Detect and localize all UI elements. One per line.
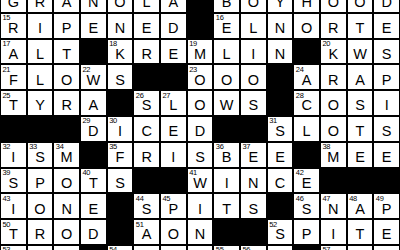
grid-cell[interactable]: 15R bbox=[0, 13, 27, 39]
grid-cell[interactable]: S bbox=[107, 64, 134, 90]
cell-letter: I bbox=[241, 47, 266, 62]
grid-cell[interactable]: 52S bbox=[267, 219, 294, 245]
cell-letter: L bbox=[294, 124, 319, 139]
black-cell bbox=[347, 168, 374, 194]
grid-cell[interactable]: T bbox=[213, 193, 240, 219]
grid-cell[interactable]: E bbox=[80, 193, 107, 219]
grid-cell[interactable]: 34M bbox=[53, 142, 80, 168]
black-cell bbox=[373, 168, 400, 194]
black-cell bbox=[27, 116, 54, 142]
grid-cell[interactable]: E bbox=[160, 39, 187, 65]
cell-letter: K bbox=[108, 47, 133, 62]
grid-cell[interactable]: Y bbox=[27, 90, 54, 116]
grid-cell[interactable]: S bbox=[373, 39, 400, 65]
grid-cell[interactable]: O bbox=[320, 90, 347, 116]
grid-cell[interactable]: 28C bbox=[293, 90, 320, 116]
grid-cell[interactable]: T bbox=[347, 116, 374, 142]
grid-cell[interactable]: I bbox=[373, 90, 400, 116]
cell-letter: P bbox=[374, 73, 399, 88]
grid-cell[interactable]: O bbox=[53, 168, 80, 194]
grid-cell[interactable]: N bbox=[53, 193, 80, 219]
grid-cell[interactable] bbox=[133, 245, 160, 250]
grid-cell[interactable]: H bbox=[293, 0, 320, 13]
grid-cell[interactable]: L bbox=[27, 39, 54, 65]
grid-cell[interactable]: 56 bbox=[240, 245, 267, 250]
cell-letter: A bbox=[54, 0, 79, 10]
cell-letter: I bbox=[1, 150, 26, 165]
clue-number: 54 bbox=[109, 246, 117, 250]
grid-cell[interactable]: I bbox=[240, 39, 267, 65]
cell-letter: F bbox=[1, 73, 26, 88]
cell-letter: R bbox=[134, 47, 159, 62]
cell-letter: A bbox=[134, 227, 159, 242]
grid-cell[interactable]: N bbox=[187, 219, 214, 245]
grid-cell[interactable]: P bbox=[53, 13, 80, 39]
cell-letter: W bbox=[348, 47, 373, 62]
cell-letter: E bbox=[161, 47, 186, 62]
cell-letter: W bbox=[214, 98, 239, 113]
grid-cell[interactable]: R bbox=[53, 90, 80, 116]
clue-number: 53 bbox=[3, 246, 11, 250]
crossword-grid: GRANOLABOYHOOD15RIPENED16ELNORTE17ALT18K… bbox=[0, 0, 400, 250]
black-cell bbox=[107, 219, 134, 245]
grid-cell[interactable]: A bbox=[80, 90, 107, 116]
cell-letter: S bbox=[374, 124, 399, 139]
grid-cell[interactable]: A bbox=[53, 0, 80, 13]
cell-letter: N bbox=[321, 202, 346, 217]
grid-cell[interactable]: D bbox=[160, 13, 187, 39]
black-cell bbox=[133, 168, 160, 194]
cell-letter: D bbox=[161, 21, 186, 36]
cell-letter: R bbox=[321, 73, 346, 88]
cell-letter: O bbox=[241, 73, 266, 88]
cell-letter: P bbox=[294, 227, 319, 242]
cell-letter: A bbox=[161, 0, 186, 10]
cell-letter: H bbox=[294, 0, 319, 10]
cell-letter: R bbox=[28, 0, 53, 10]
cell-letter: E bbox=[374, 227, 399, 242]
cell-letter: R bbox=[54, 98, 79, 113]
grid-cell[interactable]: 43I bbox=[0, 193, 27, 219]
grid-cell[interactable]: O bbox=[53, 64, 80, 90]
cell-letter: O bbox=[321, 0, 346, 10]
grid-cell[interactable]: O bbox=[107, 0, 134, 13]
cell-letter: F bbox=[108, 150, 133, 165]
black-cell bbox=[293, 142, 320, 168]
cell-letter: A bbox=[1, 47, 26, 62]
grid-cell[interactable]: R bbox=[133, 39, 160, 65]
clue-number: 57 bbox=[322, 246, 330, 250]
grid-cell[interactable]: 36B bbox=[213, 142, 240, 168]
grid-cell[interactable]: 25T bbox=[0, 90, 27, 116]
grid-cell[interactable]: 30I bbox=[107, 116, 134, 142]
cell-letter: E bbox=[214, 21, 239, 36]
grid-cell[interactable]: P bbox=[373, 64, 400, 90]
cell-letter: S bbox=[348, 98, 373, 113]
grid-cell[interactable]: 53 bbox=[0, 245, 27, 250]
cell-letter: W bbox=[81, 73, 106, 88]
grid-cell[interactable]: O bbox=[240, 0, 267, 13]
grid-cell[interactable]: 42E bbox=[293, 168, 320, 194]
cell-letter: E bbox=[268, 150, 293, 165]
cell-letter: L bbox=[214, 47, 239, 62]
cell-letter: O bbox=[188, 98, 213, 113]
grid-cell[interactable]: L bbox=[27, 64, 54, 90]
grid-cell[interactable]: 54 bbox=[107, 245, 134, 250]
cell-letter: E bbox=[374, 150, 399, 165]
cell-letter: Y bbox=[28, 98, 53, 113]
cell-letter: E bbox=[81, 21, 106, 36]
grid-cell[interactable]: O bbox=[320, 0, 347, 13]
clue-number: 56 bbox=[242, 246, 250, 250]
grid-cell[interactable]: E bbox=[160, 116, 187, 142]
cell-letter: E bbox=[348, 150, 373, 165]
grid-cell[interactable] bbox=[373, 245, 400, 250]
cell-letter: S bbox=[108, 176, 133, 191]
grid-cell[interactable]: S bbox=[373, 116, 400, 142]
cell-letter: C bbox=[134, 124, 159, 139]
cell-letter: P bbox=[161, 202, 186, 217]
black-cell bbox=[0, 116, 27, 142]
grid-cell[interactable]: 24A bbox=[293, 64, 320, 90]
cell-letter: I bbox=[188, 202, 213, 217]
grid-cell[interactable] bbox=[160, 245, 187, 250]
cell-letter: I bbox=[161, 150, 186, 165]
cell-letter: I bbox=[321, 227, 346, 242]
black-cell bbox=[240, 219, 267, 245]
black-cell bbox=[320, 168, 347, 194]
cell-letter: M bbox=[54, 150, 79, 165]
cell-letter: O bbox=[54, 227, 79, 242]
grid-cell[interactable]: 57 bbox=[320, 245, 347, 250]
grid-cell[interactable]: 46S bbox=[293, 193, 320, 219]
grid-cell[interactable]: O bbox=[320, 116, 347, 142]
grid-cell[interactable]: N bbox=[107, 13, 134, 39]
cell-letter: P bbox=[54, 21, 79, 36]
cell-letter: P bbox=[374, 202, 399, 217]
grid-cell[interactable]: 18K bbox=[107, 39, 134, 65]
grid-cell[interactable]: 20K bbox=[320, 39, 347, 65]
cell-letter: D bbox=[81, 227, 106, 242]
grid-cell[interactable]: 39S bbox=[0, 168, 27, 194]
cell-letter: S bbox=[268, 124, 293, 139]
cell-letter: R bbox=[321, 21, 346, 36]
grid-cell[interactable]: 51A bbox=[133, 219, 160, 245]
black-cell bbox=[160, 168, 187, 194]
grid-cell[interactable]: N bbox=[240, 168, 267, 194]
black-cell bbox=[213, 219, 240, 245]
grid-cell[interactable]: 22W bbox=[80, 64, 107, 90]
grid-cell[interactable]: E bbox=[347, 142, 374, 168]
cell-letter: O bbox=[294, 21, 319, 36]
grid-cell[interactable]: D bbox=[373, 0, 400, 13]
black-cell bbox=[80, 245, 107, 250]
grid-cell[interactable]: S bbox=[187, 142, 214, 168]
cell-letter: C bbox=[294, 98, 319, 113]
cell-letter: T bbox=[1, 227, 26, 242]
black-cell bbox=[240, 116, 267, 142]
cell-letter: O bbox=[108, 0, 133, 10]
grid-cell[interactable]: 47N bbox=[320, 193, 347, 219]
grid-cell[interactable]: 44S bbox=[133, 193, 160, 219]
grid-cell[interactable]: A bbox=[347, 64, 374, 90]
cell-letter: M bbox=[188, 47, 213, 62]
grid-cell[interactable]: R bbox=[320, 64, 347, 90]
cell-letter: T bbox=[348, 21, 373, 36]
grid-cell[interactable]: T bbox=[347, 219, 374, 245]
cell-letter: S bbox=[268, 227, 293, 242]
grid-cell[interactable]: S bbox=[347, 90, 374, 116]
cell-letter: R bbox=[1, 21, 26, 36]
cell-letter: G bbox=[1, 0, 26, 10]
black-cell bbox=[133, 64, 160, 90]
cell-letter: I bbox=[108, 124, 133, 139]
clue-number: 55 bbox=[216, 246, 224, 250]
cell-letter: I bbox=[1, 202, 26, 217]
grid-cell[interactable]: E bbox=[80, 13, 107, 39]
cell-letter: O bbox=[241, 0, 266, 10]
grid-cell[interactable]: W bbox=[347, 39, 374, 65]
cell-letter: O bbox=[54, 176, 79, 191]
cell-letter: S bbox=[134, 202, 159, 217]
black-cell bbox=[293, 39, 320, 65]
cell-letter: O bbox=[54, 73, 79, 88]
grid-cell[interactable]: 16E bbox=[213, 13, 240, 39]
cell-letter: M bbox=[321, 150, 346, 165]
grid-cell[interactable]: 41W bbox=[187, 168, 214, 194]
grid-cell[interactable]: Y bbox=[267, 0, 294, 13]
cell-letter: A bbox=[348, 73, 373, 88]
cell-letter: A bbox=[294, 73, 319, 88]
grid-cell[interactable]: R bbox=[27, 219, 54, 245]
grid-cell[interactable]: E bbox=[133, 13, 160, 39]
grid-cell[interactable]: E bbox=[267, 142, 294, 168]
grid-cell[interactable]: 19M bbox=[187, 39, 214, 65]
grid-cell[interactable] bbox=[27, 245, 54, 250]
grid-cell[interactable]: O bbox=[53, 219, 80, 245]
grid-cell[interactable]: S bbox=[107, 168, 134, 194]
grid-cell[interactable]: 50T bbox=[0, 219, 27, 245]
cell-letter: L bbox=[241, 21, 266, 36]
cell-letter: P bbox=[28, 176, 53, 191]
grid-cell[interactable]: 21F bbox=[0, 64, 27, 90]
grid-cell[interactable] bbox=[53, 245, 80, 250]
grid-cell[interactable]: R bbox=[133, 142, 160, 168]
black-cell bbox=[267, 64, 294, 90]
black-cell bbox=[213, 116, 240, 142]
grid-cell[interactable]: P bbox=[27, 168, 54, 194]
grid-cell[interactable] bbox=[347, 245, 374, 250]
cell-letter: K bbox=[321, 47, 346, 62]
grid-cell[interactable]: O bbox=[160, 219, 187, 245]
grid-cell[interactable]: 55 bbox=[213, 245, 240, 250]
grid-cell[interactable]: T bbox=[53, 39, 80, 65]
grid-cell[interactable]: R bbox=[27, 0, 54, 13]
grid-cell[interactable]: T bbox=[347, 13, 374, 39]
cell-letter: T bbox=[348, 227, 373, 242]
grid-cell[interactable]: L bbox=[213, 39, 240, 65]
cell-letter: N bbox=[268, 47, 293, 62]
grid-cell[interactable]: 35F bbox=[107, 142, 134, 168]
cell-letter: S bbox=[108, 73, 133, 88]
grid-cell[interactable]: I bbox=[27, 13, 54, 39]
grid-cell[interactable]: 31S bbox=[267, 116, 294, 142]
grid-cell[interactable]: 40T bbox=[80, 168, 107, 194]
cell-letter: S bbox=[241, 202, 266, 217]
grid-cell[interactable]: A bbox=[160, 0, 187, 13]
black-cell bbox=[187, 0, 214, 13]
grid-cell[interactable]: L bbox=[240, 13, 267, 39]
cell-letter: C bbox=[268, 176, 293, 191]
grid-cell[interactable]: I bbox=[320, 219, 347, 245]
grid-cell[interactable]: R bbox=[320, 13, 347, 39]
black-cell bbox=[80, 39, 107, 65]
grid-cell[interactable]: 38M bbox=[320, 142, 347, 168]
cell-letter: N bbox=[81, 0, 106, 10]
black-cell bbox=[160, 64, 187, 90]
grid-cell[interactable]: E bbox=[373, 219, 400, 245]
crossword-board: GRANOLABOYHOOD15RIPENED16ELNORTE17ALT18K… bbox=[0, 0, 400, 250]
cell-letter: W bbox=[188, 176, 213, 191]
grid-cell[interactable]: 17A bbox=[0, 39, 27, 65]
grid-cell[interactable]: S bbox=[240, 90, 267, 116]
cell-letter: O bbox=[161, 227, 186, 242]
grid-cell[interactable]: O bbox=[187, 90, 214, 116]
cell-letter: T bbox=[1, 98, 26, 113]
grid-cell[interactable]: I bbox=[187, 193, 214, 219]
grid-cell[interactable]: S bbox=[240, 193, 267, 219]
grid-cell[interactable]: O bbox=[27, 193, 54, 219]
black-cell bbox=[187, 13, 214, 39]
grid-cell[interactable]: P bbox=[293, 219, 320, 245]
cell-letter: L bbox=[161, 98, 186, 113]
cell-letter: T bbox=[214, 202, 239, 217]
cell-letter: S bbox=[294, 202, 319, 217]
grid-cell[interactable]: G bbox=[0, 0, 27, 13]
grid-cell[interactable]: 32I bbox=[0, 142, 27, 168]
cell-letter: I bbox=[214, 176, 239, 191]
grid-cell[interactable]: 27L bbox=[160, 90, 187, 116]
grid-cell[interactable]: 48A bbox=[347, 193, 374, 219]
grid-cell[interactable]: L bbox=[133, 0, 160, 13]
cell-letter: A bbox=[81, 98, 106, 113]
cell-letter: L bbox=[134, 0, 159, 10]
black-cell bbox=[80, 142, 107, 168]
black-cell bbox=[107, 90, 134, 116]
grid-cell[interactable]: N bbox=[267, 13, 294, 39]
black-cell bbox=[53, 116, 80, 142]
cell-letter: O bbox=[28, 202, 53, 217]
cell-letter: N bbox=[188, 227, 213, 242]
cell-letter: D bbox=[81, 124, 106, 139]
cell-letter: B bbox=[214, 150, 239, 165]
cell-letter: S bbox=[241, 98, 266, 113]
black-cell bbox=[267, 193, 294, 219]
grid-cell[interactable]: B bbox=[213, 0, 240, 13]
grid-cell[interactable]: O bbox=[213, 64, 240, 90]
cell-letter: E bbox=[161, 124, 186, 139]
cell-letter: N bbox=[241, 176, 266, 191]
grid-cell[interactable]: O bbox=[347, 0, 374, 13]
cell-letter: T bbox=[348, 124, 373, 139]
cell-letter: I bbox=[374, 98, 399, 113]
cell-letter: E bbox=[374, 21, 399, 36]
grid-cell[interactable]: 45P bbox=[160, 193, 187, 219]
cell-letter: S bbox=[134, 98, 159, 113]
grid-cell[interactable]: O bbox=[240, 64, 267, 90]
grid-cell[interactable]: W bbox=[213, 90, 240, 116]
cell-letter: B bbox=[214, 0, 239, 10]
grid-cell[interactable]: 33S bbox=[27, 142, 54, 168]
black-cell bbox=[107, 193, 134, 219]
cell-letter: E bbox=[294, 176, 319, 191]
grid-cell[interactable]: 49P bbox=[373, 193, 400, 219]
black-cell bbox=[267, 90, 294, 116]
cell-letter: E bbox=[81, 202, 106, 217]
cell-letter: E bbox=[241, 150, 266, 165]
cell-letter: S bbox=[28, 150, 53, 165]
grid-cell[interactable]: L bbox=[293, 116, 320, 142]
cell-letter: N bbox=[54, 202, 79, 217]
grid-cell[interactable]: N bbox=[80, 0, 107, 13]
black-cell bbox=[293, 245, 320, 250]
grid-cell[interactable]: E bbox=[373, 13, 400, 39]
cell-letter: O bbox=[188, 73, 213, 88]
grid-cell[interactable]: C bbox=[133, 116, 160, 142]
cell-letter: N bbox=[268, 21, 293, 36]
cell-letter: D bbox=[188, 124, 213, 139]
cell-letter: L bbox=[28, 73, 53, 88]
cell-letter: O bbox=[321, 124, 346, 139]
grid-cell[interactable]: I bbox=[213, 168, 240, 194]
cell-letter: S bbox=[188, 150, 213, 165]
grid-cell[interactable]: D bbox=[187, 116, 214, 142]
cell-letter: O bbox=[348, 0, 373, 10]
grid-cell[interactable]: O bbox=[293, 13, 320, 39]
grid-cell[interactable]: E bbox=[373, 142, 400, 168]
grid-cell[interactable]: D bbox=[80, 219, 107, 245]
cell-letter: S bbox=[374, 47, 399, 62]
cell-letter: Y bbox=[268, 0, 293, 10]
cell-letter: D bbox=[374, 0, 399, 10]
grid-cell[interactable]: 37E bbox=[240, 142, 267, 168]
cell-letter: S bbox=[1, 176, 26, 191]
cell-letter: O bbox=[321, 98, 346, 113]
cell-letter: E bbox=[134, 21, 159, 36]
cell-letter: O bbox=[214, 73, 239, 88]
grid-cell[interactable]: N bbox=[267, 39, 294, 65]
grid-cell[interactable]: C bbox=[267, 168, 294, 194]
cell-letter: T bbox=[54, 47, 79, 62]
cell-letter: R bbox=[134, 150, 159, 165]
grid-cell[interactable]: 29D bbox=[80, 116, 107, 142]
cell-letter: I bbox=[28, 21, 53, 36]
grid-cell[interactable] bbox=[267, 245, 294, 250]
cell-letter: R bbox=[28, 227, 53, 242]
grid-cell[interactable] bbox=[187, 245, 214, 250]
grid-cell[interactable]: 23O bbox=[187, 64, 214, 90]
cell-letter: T bbox=[81, 176, 106, 191]
cell-letter: N bbox=[108, 21, 133, 36]
cell-letter: A bbox=[348, 202, 373, 217]
grid-cell[interactable]: I bbox=[160, 142, 187, 168]
cell-letter: L bbox=[28, 47, 53, 62]
grid-cell[interactable]: 26S bbox=[133, 90, 160, 116]
